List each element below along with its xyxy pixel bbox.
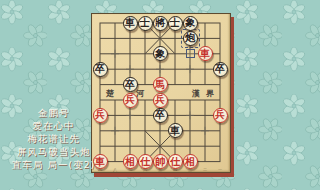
caption-line-variation: 直车局 局一(变2) xyxy=(1,158,106,171)
piece-black[interactable]: 炮 xyxy=(183,31,198,46)
river-label-han-jie: 漢 界 xyxy=(192,88,214,99)
piece-black[interactable]: 卒 xyxy=(153,108,168,123)
file-label: 一 xyxy=(218,167,222,173)
piece-black[interactable]: 卒 xyxy=(93,62,108,77)
caption: 金鹏号 爱在心中 梅花谱让先 屏风马破当头炮 直车局 局一(变2) xyxy=(1,106,106,171)
piece-black[interactable]: 將 xyxy=(153,16,168,31)
piece-black[interactable]: 車 xyxy=(168,123,183,138)
piece-black[interactable]: 卒 xyxy=(123,77,138,92)
piece-red[interactable]: 相 xyxy=(123,154,138,169)
file-label: 八 xyxy=(113,167,117,173)
caption-line-book: 梅花谱让先 xyxy=(1,132,106,145)
piece-red[interactable]: 兵 xyxy=(123,93,138,108)
piece-red[interactable]: 帥 xyxy=(153,154,168,169)
piece-red[interactable]: 兵 xyxy=(153,93,168,108)
file-label: 二 xyxy=(203,167,207,173)
piece-red[interactable]: 兵 xyxy=(213,108,228,123)
last-move-from-marker xyxy=(186,49,195,58)
piece-black[interactable]: 卒 xyxy=(213,62,228,77)
piece-black[interactable]: 象 xyxy=(153,46,168,61)
piece-black[interactable]: 車 xyxy=(123,16,138,31)
piece-black[interactable]: 士 xyxy=(138,16,153,31)
piece-red[interactable]: 相 xyxy=(183,154,198,169)
xiangqi-board: 楚 河 漢 界 車士將士象炮象車卒卒卒馬兵兵兵卒兵車車相仕帥仕相九八七六五四三二… xyxy=(91,13,231,173)
caption-line-opening: 屏风马破当头炮 xyxy=(1,145,106,158)
piece-red[interactable]: 仕 xyxy=(138,154,153,169)
caption-line-nickname: 金鹏号 xyxy=(1,106,106,119)
piece-black[interactable]: 士 xyxy=(168,16,183,31)
piece-black[interactable]: 象 xyxy=(183,16,198,31)
caption-line-motto: 爱在心中 xyxy=(1,119,106,132)
piece-red[interactable]: 馬 xyxy=(153,77,168,92)
piece-red[interactable]: 仕 xyxy=(168,154,183,169)
piece-red[interactable]: 車 xyxy=(198,46,213,61)
